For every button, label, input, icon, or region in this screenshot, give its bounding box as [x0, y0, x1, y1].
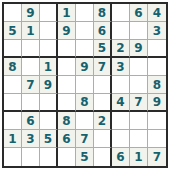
sudoku-cell[interactable] [22, 148, 40, 166]
sudoku-cell[interactable] [40, 22, 58, 40]
sudoku-board: 9186451963529819737988479682135675617 [2, 2, 168, 168]
sudoku-cell: 2 [112, 40, 130, 58]
sudoku-cell[interactable] [58, 40, 76, 58]
sudoku-cell: 7 [76, 130, 94, 148]
sudoku-cell[interactable] [130, 130, 148, 148]
sudoku-cell[interactable] [4, 4, 22, 22]
sudoku-cell: 4 [148, 4, 166, 22]
sudoku-cell[interactable] [148, 40, 166, 58]
sudoku-cell: 3 [22, 130, 40, 148]
sudoku-cell: 5 [94, 40, 112, 58]
sudoku-cell[interactable] [4, 112, 22, 130]
sudoku-cell: 7 [94, 58, 112, 76]
sudoku-cell: 2 [94, 112, 112, 130]
sudoku-cell: 9 [130, 40, 148, 58]
sudoku-cell[interactable] [40, 4, 58, 22]
sudoku-cell: 5 [40, 130, 58, 148]
sudoku-cell: 9 [148, 94, 166, 112]
sudoku-cell: 6 [22, 112, 40, 130]
sudoku-cell[interactable] [94, 76, 112, 94]
sudoku-cell: 7 [22, 76, 40, 94]
sudoku-cell[interactable] [130, 22, 148, 40]
sudoku-cell: 1 [40, 58, 58, 76]
sudoku-cell[interactable] [58, 94, 76, 112]
sudoku-cell[interactable] [76, 40, 94, 58]
sudoku-cell[interactable] [58, 58, 76, 76]
sudoku-cell[interactable] [4, 94, 22, 112]
sudoku-cell[interactable] [112, 130, 130, 148]
sudoku-cell: 3 [112, 58, 130, 76]
sudoku-cell[interactable] [76, 112, 94, 130]
sudoku-cell[interactable] [130, 76, 148, 94]
sudoku-cell: 9 [40, 76, 58, 94]
sudoku-cell[interactable] [148, 112, 166, 130]
sudoku-cell: 6 [58, 130, 76, 148]
sudoku-cell: 6 [112, 148, 130, 166]
sudoku-cell: 1 [22, 22, 40, 40]
sudoku-cell[interactable] [112, 112, 130, 130]
sudoku-cell[interactable] [94, 148, 112, 166]
sudoku-cell: 4 [112, 94, 130, 112]
sudoku-cell[interactable] [4, 40, 22, 58]
sudoku-cell[interactable] [40, 148, 58, 166]
sudoku-cell[interactable] [58, 76, 76, 94]
sudoku-cell: 3 [148, 22, 166, 40]
sudoku-cell[interactable] [22, 94, 40, 112]
sudoku-cell[interactable] [40, 112, 58, 130]
sudoku-cell[interactable] [94, 94, 112, 112]
sudoku-page: 9186451963529819737988479682135675617 [0, 0, 170, 170]
sudoku-cell[interactable] [4, 76, 22, 94]
sudoku-cell: 8 [4, 58, 22, 76]
sudoku-cell[interactable] [40, 94, 58, 112]
sudoku-cell: 7 [148, 148, 166, 166]
sudoku-cell[interactable] [58, 148, 76, 166]
sudoku-cell[interactable] [76, 22, 94, 40]
sudoku-cell: 9 [76, 58, 94, 76]
sudoku-cell: 5 [4, 22, 22, 40]
sudoku-cell[interactable] [76, 76, 94, 94]
sudoku-cell: 8 [148, 76, 166, 94]
sudoku-cell: 8 [58, 112, 76, 130]
sudoku-cell[interactable] [40, 40, 58, 58]
sudoku-cell: 9 [22, 4, 40, 22]
sudoku-cell[interactable] [130, 58, 148, 76]
sudoku-cell[interactable] [22, 40, 40, 58]
sudoku-cell: 5 [76, 148, 94, 166]
sudoku-cell[interactable] [94, 130, 112, 148]
sudoku-cell: 1 [58, 4, 76, 22]
sudoku-cell: 7 [130, 94, 148, 112]
sudoku-cell[interactable] [148, 130, 166, 148]
sudoku-cell[interactable] [112, 76, 130, 94]
sudoku-cell: 8 [94, 4, 112, 22]
sudoku-cell: 9 [58, 22, 76, 40]
sudoku-cell: 6 [94, 22, 112, 40]
sudoku-cell: 1 [4, 130, 22, 148]
sudoku-cell[interactable] [112, 22, 130, 40]
sudoku-cell[interactable] [4, 148, 22, 166]
sudoku-cell[interactable] [148, 58, 166, 76]
sudoku-cell[interactable] [76, 4, 94, 22]
sudoku-cell[interactable] [130, 112, 148, 130]
sudoku-cell[interactable] [22, 58, 40, 76]
sudoku-cell: 8 [76, 94, 94, 112]
sudoku-cell: 6 [130, 4, 148, 22]
sudoku-cell[interactable] [112, 4, 130, 22]
sudoku-cell: 1 [130, 148, 148, 166]
